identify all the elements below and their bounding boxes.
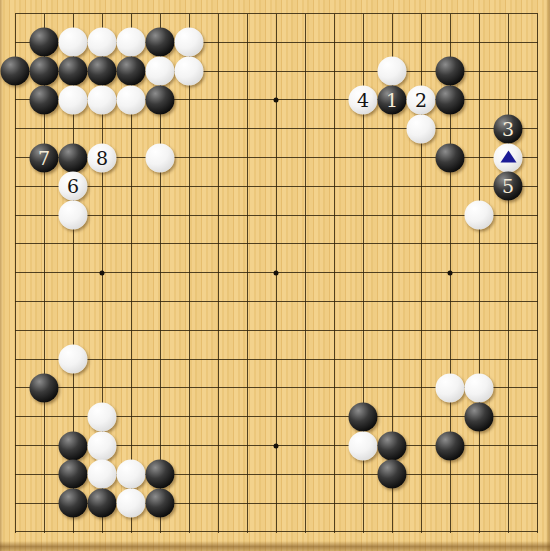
stone-black-move-1: 1 — [378, 85, 407, 114]
stone-black — [378, 460, 407, 489]
star-point — [448, 270, 453, 275]
stone-black-move-7: 7 — [30, 143, 59, 172]
stone-black — [59, 460, 88, 489]
grid-line-vertical — [508, 14, 509, 533]
move-number-label: 5 — [502, 177, 514, 196]
grid-line-vertical — [218, 14, 219, 533]
stone-white — [117, 460, 146, 489]
grid-line-horizontal — [15, 186, 538, 187]
stone-white — [117, 28, 146, 57]
stone-white — [117, 85, 146, 114]
stone-black — [146, 28, 175, 57]
move-number-label: 6 — [67, 177, 79, 196]
stone-white — [175, 57, 204, 86]
stone-white — [88, 402, 117, 431]
stone-black — [59, 57, 88, 86]
stone-black — [117, 57, 146, 86]
stone-white — [349, 431, 378, 460]
grid-line-vertical — [479, 14, 480, 533]
stone-white — [436, 373, 465, 402]
grid-line-vertical — [305, 14, 306, 533]
move-number-label: 2 — [415, 90, 427, 109]
stone-white — [59, 28, 88, 57]
stone-black — [146, 85, 175, 114]
move-number-label: 8 — [96, 148, 108, 167]
stone-white — [494, 143, 523, 172]
stone-white-move-4: 4 — [349, 85, 378, 114]
stone-white-move-2: 2 — [407, 85, 436, 114]
grid-line-vertical — [247, 14, 248, 533]
stone-white — [88, 431, 117, 460]
stone-black — [436, 431, 465, 460]
move-number-label: 7 — [38, 148, 50, 167]
stone-white — [407, 114, 436, 143]
stone-black — [30, 373, 59, 402]
stone-white — [88, 28, 117, 57]
stone-black — [465, 402, 494, 431]
grid-line-horizontal — [15, 531, 538, 532]
board-edge-shadow-right — [546, 0, 550, 551]
grid-line-horizontal — [15, 301, 538, 302]
grid-line-horizontal — [15, 215, 538, 216]
grid-line-vertical — [189, 14, 190, 533]
stone-white — [59, 201, 88, 230]
star-point — [274, 270, 279, 275]
triangle-marker-icon — [500, 151, 516, 163]
go-board[interactable]: 41237865 — [0, 0, 550, 551]
star-point — [100, 270, 105, 275]
stone-black — [349, 402, 378, 431]
grid-line-horizontal — [15, 359, 538, 360]
stone-black — [59, 143, 88, 172]
grid-line-vertical — [15, 14, 16, 533]
stone-white-move-8: 8 — [88, 143, 117, 172]
stone-black-move-5: 5 — [494, 172, 523, 201]
move-number-label: 1 — [386, 90, 398, 109]
stone-black — [59, 431, 88, 460]
grid-line-horizontal — [15, 330, 538, 331]
stone-black — [436, 143, 465, 172]
stone-white — [59, 345, 88, 374]
stone-white — [88, 460, 117, 489]
stone-black — [436, 85, 465, 114]
move-number-label: 3 — [502, 119, 514, 138]
stone-black — [1, 57, 30, 86]
grid-line-horizontal — [15, 128, 538, 129]
stone-white — [59, 85, 88, 114]
stone-white — [465, 201, 494, 230]
grid-line-horizontal — [15, 243, 538, 244]
star-point — [274, 97, 279, 102]
grid-line-vertical — [334, 14, 335, 533]
stone-black — [378, 431, 407, 460]
stone-black — [436, 57, 465, 86]
stone-black — [88, 489, 117, 518]
grid-line-horizontal — [15, 13, 538, 14]
stone-black — [146, 460, 175, 489]
stone-white-move-6: 6 — [59, 172, 88, 201]
stone-white — [175, 28, 204, 57]
stone-white — [146, 57, 175, 86]
stone-black — [59, 489, 88, 518]
stone-black-move-3: 3 — [494, 114, 523, 143]
stone-white — [378, 57, 407, 86]
stone-white — [146, 143, 175, 172]
stone-black — [30, 28, 59, 57]
star-point — [274, 443, 279, 448]
stone-black — [30, 85, 59, 114]
stone-black — [88, 57, 117, 86]
stone-white — [465, 373, 494, 402]
stone-white — [88, 85, 117, 114]
grid-line-vertical — [537, 14, 538, 533]
stone-white — [117, 489, 146, 518]
board-edge-shadow-bottom — [0, 541, 550, 551]
stone-black — [30, 57, 59, 86]
stone-black — [146, 489, 175, 518]
board-edge-shadow-left — [0, 0, 3, 551]
move-number-label: 4 — [357, 90, 369, 109]
